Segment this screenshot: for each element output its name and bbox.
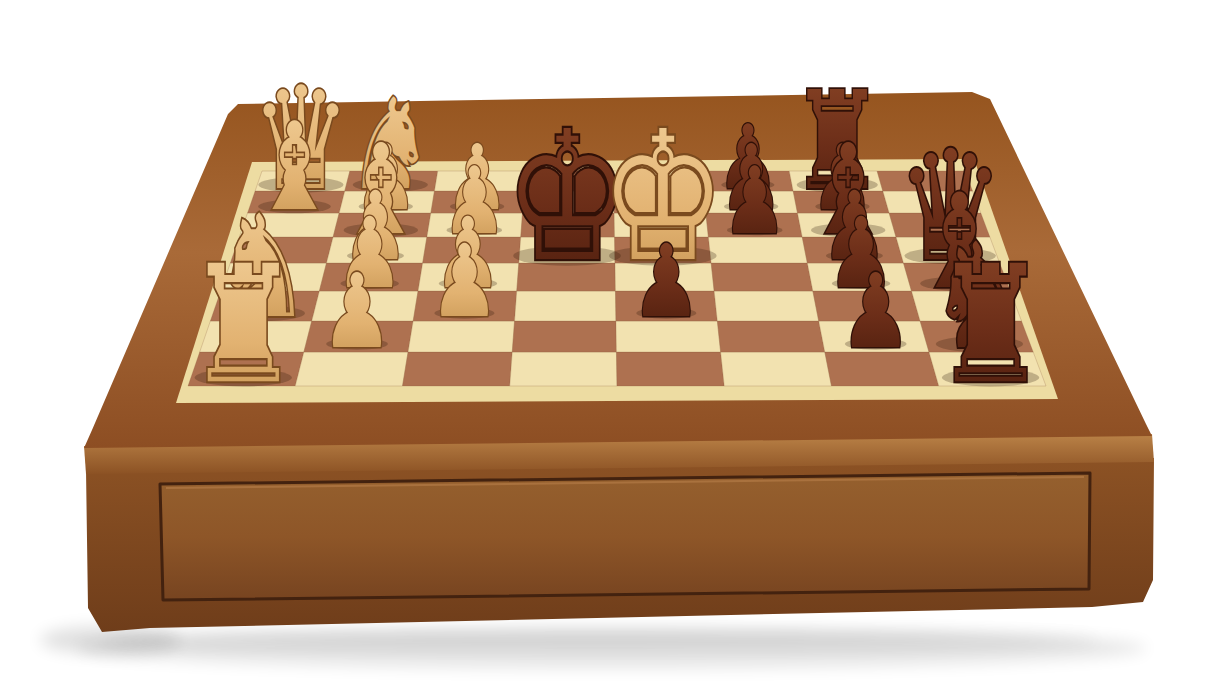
- piece-dark-pawn-e3[interactable]: ♟: [631, 224, 701, 340]
- square-c1[interactable]: [403, 352, 513, 386]
- square-f1[interactable]: [721, 352, 832, 386]
- dark-pawn-glyph: ♟: [722, 147, 787, 255]
- square-f2[interactable]: [717, 321, 824, 352]
- square-f4[interactable]: [711, 263, 813, 291]
- white-rook-glyph: ♜: [187, 230, 300, 418]
- piece-dark-pawn-f6[interactable]: ♟: [722, 147, 787, 255]
- square-d1[interactable]: [510, 352, 617, 386]
- piece-dark-pawn-g2[interactable]: ♟: [840, 251, 912, 371]
- chess-set-photo: ♛♞♟♜♝♟♟♟♟♝♟♟♝♟♚♚♟♛♟♟♟♝♞♟♟♟♟♞♜♜: [0, 0, 1206, 698]
- piece-white-pawn-b2[interactable]: ♟: [321, 251, 393, 371]
- dark-pawn-glyph: ♟: [840, 251, 912, 371]
- square-e1[interactable]: [616, 352, 724, 386]
- chess-set-graphic: ♛♞♟♜♝♟♟♟♟♝♟♟♝♟♚♚♟♛♟♟♟♝♞♟♟♟♟♞♜♜: [0, 0, 1206, 698]
- drawer-front: [160, 473, 1090, 600]
- ground-shadow-core: [100, 630, 1100, 650]
- piece-white-pawn-c3[interactable]: ♟: [429, 224, 499, 340]
- piece-white-rook-a1[interactable]: ♜: [187, 230, 300, 418]
- dark-rook-glyph: ♜: [934, 230, 1047, 418]
- piece-dark-rook-h1[interactable]: ♜: [934, 230, 1047, 418]
- square-d2[interactable]: [512, 321, 616, 352]
- square-f3[interactable]: [714, 291, 819, 321]
- dark-pawn-glyph: ♟: [631, 224, 701, 340]
- white-pawn-glyph: ♟: [321, 251, 393, 371]
- white-pawn-glyph: ♟: [429, 224, 499, 340]
